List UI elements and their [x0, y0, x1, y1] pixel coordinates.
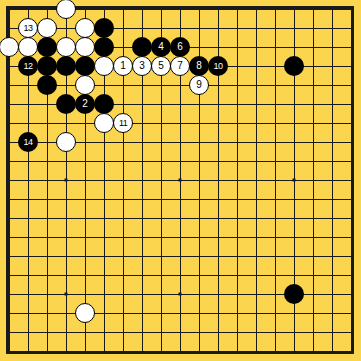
board-cell[interactable] [38, 285, 57, 304]
board-cell[interactable] [133, 171, 152, 190]
board-cell[interactable] [266, 19, 285, 38]
board-cell[interactable] [57, 342, 76, 361]
board-cell[interactable] [304, 209, 323, 228]
board-cell[interactable]: 8 [190, 57, 209, 76]
board-cell[interactable] [323, 304, 342, 323]
board-cell[interactable] [38, 57, 57, 76]
board-cell[interactable] [76, 19, 95, 38]
board-cell[interactable]: 12 [19, 57, 38, 76]
board-cell[interactable] [323, 209, 342, 228]
board-cell[interactable] [323, 57, 342, 76]
board-cell[interactable] [19, 38, 38, 57]
board-cell[interactable] [323, 247, 342, 266]
board-cell[interactable] [190, 38, 209, 57]
board-cell[interactable] [114, 266, 133, 285]
board-cell[interactable] [342, 285, 361, 304]
board-cell[interactable] [171, 304, 190, 323]
board-cell[interactable] [247, 266, 266, 285]
board-cell[interactable] [133, 152, 152, 171]
black-stone[interactable]: 14 [18, 132, 38, 152]
board-cell[interactable] [19, 76, 38, 95]
board-cell[interactable] [342, 190, 361, 209]
board-cell[interactable] [95, 133, 114, 152]
board-cell[interactable] [152, 342, 171, 361]
board-cell[interactable] [266, 0, 285, 19]
board-cell[interactable] [285, 266, 304, 285]
board-cell[interactable] [95, 152, 114, 171]
board-cell[interactable] [266, 95, 285, 114]
board-cell[interactable] [304, 171, 323, 190]
board-cell[interactable] [95, 38, 114, 57]
board-cell[interactable] [152, 266, 171, 285]
board-cell[interactable] [114, 190, 133, 209]
board-cell[interactable] [266, 266, 285, 285]
board-cell[interactable] [76, 266, 95, 285]
board-cell[interactable] [209, 19, 228, 38]
board-cell[interactable] [0, 38, 19, 57]
board-cell[interactable] [57, 57, 76, 76]
board-cell[interactable] [304, 228, 323, 247]
board-cell[interactable] [323, 171, 342, 190]
board-cell[interactable] [114, 323, 133, 342]
board-cell[interactable] [19, 209, 38, 228]
black-stone[interactable]: 12 [18, 56, 38, 76]
board-cell[interactable] [266, 209, 285, 228]
board-cell[interactable] [247, 152, 266, 171]
board-cell[interactable] [285, 76, 304, 95]
white-stone[interactable] [75, 37, 95, 57]
board-cell[interactable] [171, 323, 190, 342]
board-cell[interactable]: 13 [19, 19, 38, 38]
board-cell[interactable] [266, 304, 285, 323]
board-cell[interactable] [342, 266, 361, 285]
board-cell[interactable] [57, 0, 76, 19]
board-cell[interactable] [190, 0, 209, 19]
board-cell[interactable] [209, 0, 228, 19]
board-cell[interactable] [38, 95, 57, 114]
board-cell[interactable] [228, 19, 247, 38]
board-cell[interactable] [0, 152, 19, 171]
white-stone[interactable]: 5 [151, 56, 171, 76]
board-cell[interactable] [0, 190, 19, 209]
board-cell[interactable] [76, 342, 95, 361]
board-cell[interactable] [247, 285, 266, 304]
board-cell[interactable] [95, 76, 114, 95]
board-cell[interactable] [19, 152, 38, 171]
board-cell[interactable] [76, 228, 95, 247]
board-cell[interactable] [247, 76, 266, 95]
board-cell[interactable] [76, 190, 95, 209]
white-stone[interactable]: 9 [189, 75, 209, 95]
board-cell[interactable] [0, 342, 19, 361]
board-cell[interactable] [323, 190, 342, 209]
board-cell[interactable] [114, 76, 133, 95]
board-cell[interactable]: 2 [76, 95, 95, 114]
board-cell[interactable] [266, 76, 285, 95]
board-cell[interactable] [209, 209, 228, 228]
board-cell[interactable] [228, 95, 247, 114]
board-cell[interactable] [57, 247, 76, 266]
white-stone[interactable] [0, 37, 19, 57]
board-cell[interactable] [171, 171, 190, 190]
board-cell[interactable] [95, 190, 114, 209]
board-cell[interactable] [57, 95, 76, 114]
board-cell[interactable] [190, 114, 209, 133]
board-cell[interactable] [19, 95, 38, 114]
board-cell[interactable] [228, 76, 247, 95]
black-stone[interactable] [37, 56, 57, 76]
board-cell[interactable] [342, 114, 361, 133]
board-cell[interactable] [133, 342, 152, 361]
board-cell[interactable] [0, 114, 19, 133]
board-cell[interactable] [304, 247, 323, 266]
white-stone[interactable] [94, 113, 114, 133]
board-cell[interactable] [19, 171, 38, 190]
board-cell[interactable] [323, 285, 342, 304]
board-cell[interactable] [171, 266, 190, 285]
board-cell[interactable] [228, 57, 247, 76]
board-cell[interactable] [304, 133, 323, 152]
board-cell[interactable] [342, 228, 361, 247]
board-cell[interactable]: 4 [152, 38, 171, 57]
board-cell[interactable] [285, 247, 304, 266]
board-cell[interactable] [266, 133, 285, 152]
white-stone[interactable] [75, 18, 95, 38]
board-cell[interactable]: 6 [171, 38, 190, 57]
board-cell[interactable] [171, 95, 190, 114]
board-cell[interactable] [171, 114, 190, 133]
board-cell[interactable] [38, 133, 57, 152]
board-cell[interactable] [304, 114, 323, 133]
board-cell[interactable] [19, 342, 38, 361]
board-cell[interactable] [323, 38, 342, 57]
board-cell[interactable] [342, 152, 361, 171]
board-cell[interactable] [0, 133, 19, 152]
board-cell[interactable] [285, 171, 304, 190]
board-cell[interactable] [285, 285, 304, 304]
board-cell[interactable] [190, 95, 209, 114]
board-cell[interactable] [133, 114, 152, 133]
board-cell[interactable] [285, 0, 304, 19]
board-cell[interactable] [323, 266, 342, 285]
board-cell[interactable] [114, 95, 133, 114]
board-cell[interactable] [114, 0, 133, 19]
board-cell[interactable] [247, 342, 266, 361]
board-cell[interactable] [285, 342, 304, 361]
board-cell[interactable] [114, 171, 133, 190]
board-cell[interactable] [133, 76, 152, 95]
board-cell[interactable] [76, 304, 95, 323]
board-cell[interactable] [95, 247, 114, 266]
board-cell[interactable] [171, 76, 190, 95]
board-cell[interactable] [0, 76, 19, 95]
board-cell[interactable]: 3 [133, 57, 152, 76]
board-cell[interactable] [95, 285, 114, 304]
board-cell[interactable] [114, 342, 133, 361]
board-cell[interactable] [266, 247, 285, 266]
board-cell[interactable] [304, 38, 323, 57]
board-cell[interactable] [247, 0, 266, 19]
board-cell[interactable] [285, 152, 304, 171]
board-cell[interactable] [152, 323, 171, 342]
board-cell[interactable] [190, 228, 209, 247]
board-cell[interactable] [228, 38, 247, 57]
board-cell[interactable] [133, 190, 152, 209]
board-cell[interactable] [133, 304, 152, 323]
board-cell[interactable] [57, 152, 76, 171]
board-cell[interactable] [38, 114, 57, 133]
board-cell[interactable] [76, 0, 95, 19]
board-cell[interactable] [152, 285, 171, 304]
board-cell[interactable] [285, 228, 304, 247]
board-cell[interactable]: 14 [19, 133, 38, 152]
board-cell[interactable] [152, 152, 171, 171]
board-cell[interactable] [247, 323, 266, 342]
board-cell[interactable] [285, 323, 304, 342]
board-cell[interactable] [95, 209, 114, 228]
board-cell[interactable] [228, 209, 247, 228]
board-cell[interactable] [304, 285, 323, 304]
board-cell[interactable] [76, 76, 95, 95]
board-cell[interactable] [190, 304, 209, 323]
board-cell[interactable] [342, 209, 361, 228]
board-cell[interactable] [190, 133, 209, 152]
board-cell[interactable] [0, 304, 19, 323]
black-stone[interactable]: 8 [189, 56, 209, 76]
board-cell[interactable] [247, 19, 266, 38]
board-cell[interactable] [190, 19, 209, 38]
white-stone[interactable] [56, 132, 76, 152]
board-cell[interactable] [209, 342, 228, 361]
board-cell[interactable] [0, 19, 19, 38]
board-cell[interactable] [266, 285, 285, 304]
board-cell[interactable] [152, 76, 171, 95]
board-cell[interactable] [342, 171, 361, 190]
board-cell[interactable] [323, 95, 342, 114]
board-cell[interactable] [0, 171, 19, 190]
board-cell[interactable] [304, 19, 323, 38]
board-cell[interactable] [304, 76, 323, 95]
board-cell[interactable] [76, 323, 95, 342]
board-cell[interactable] [228, 190, 247, 209]
board-cell[interactable] [171, 19, 190, 38]
white-stone[interactable]: 7 [170, 56, 190, 76]
board-cell[interactable] [76, 133, 95, 152]
board-cell[interactable] [114, 285, 133, 304]
white-stone[interactable] [56, 0, 76, 19]
board-cell[interactable] [171, 247, 190, 266]
board-cell[interactable] [38, 247, 57, 266]
black-stone[interactable] [284, 56, 304, 76]
board-cell[interactable] [247, 114, 266, 133]
board-cell[interactable] [190, 323, 209, 342]
board-cell[interactable] [285, 95, 304, 114]
board-cell[interactable] [0, 0, 19, 19]
white-stone[interactable] [37, 18, 57, 38]
board-cell[interactable] [323, 133, 342, 152]
board-cell[interactable] [209, 171, 228, 190]
board-cell[interactable] [57, 19, 76, 38]
board-cell[interactable] [133, 0, 152, 19]
board-cell[interactable] [152, 133, 171, 152]
board-cell[interactable] [209, 133, 228, 152]
board-cell[interactable] [209, 323, 228, 342]
board-cell[interactable] [266, 57, 285, 76]
board-cell[interactable] [266, 228, 285, 247]
board-cell[interactable] [95, 228, 114, 247]
board-cell[interactable] [76, 38, 95, 57]
board-cell[interactable] [38, 266, 57, 285]
board-cell[interactable] [247, 133, 266, 152]
board-cell[interactable] [304, 57, 323, 76]
board-cell[interactable] [209, 285, 228, 304]
board-cell[interactable] [171, 133, 190, 152]
board-cell[interactable] [247, 228, 266, 247]
board-cell[interactable] [38, 19, 57, 38]
board-cell[interactable] [190, 247, 209, 266]
board-cell[interactable] [247, 190, 266, 209]
board-cell[interactable] [152, 95, 171, 114]
board-cell[interactable] [323, 0, 342, 19]
board-cell[interactable] [114, 38, 133, 57]
board-cell[interactable] [133, 133, 152, 152]
board-cell[interactable] [342, 304, 361, 323]
board-cell[interactable] [304, 95, 323, 114]
board-cell[interactable] [323, 152, 342, 171]
board-cell[interactable] [57, 228, 76, 247]
black-stone[interactable]: 10 [208, 56, 228, 76]
board-cell[interactable] [133, 19, 152, 38]
black-stone[interactable] [284, 284, 304, 304]
board-cell[interactable] [38, 190, 57, 209]
board-cell[interactable] [152, 19, 171, 38]
board-cell[interactable] [209, 152, 228, 171]
board-cell[interactable] [209, 76, 228, 95]
board-cell[interactable] [76, 247, 95, 266]
black-stone[interactable] [75, 56, 95, 76]
board-cell[interactable] [95, 342, 114, 361]
board-cell[interactable] [0, 247, 19, 266]
board-cell[interactable] [266, 190, 285, 209]
board-cell[interactable] [57, 38, 76, 57]
board-cell[interactable] [38, 228, 57, 247]
board-cell[interactable] [285, 114, 304, 133]
board-cell[interactable] [209, 228, 228, 247]
board-cell[interactable] [228, 285, 247, 304]
board-cell[interactable] [342, 19, 361, 38]
board-cell[interactable] [228, 323, 247, 342]
board-cell[interactable] [19, 266, 38, 285]
black-stone[interactable] [94, 94, 114, 114]
board-cell[interactable] [19, 190, 38, 209]
board-cell[interactable] [209, 38, 228, 57]
board-cell[interactable] [342, 57, 361, 76]
white-stone[interactable]: 13 [18, 18, 38, 38]
board-cell[interactable] [342, 76, 361, 95]
board-cell[interactable] [133, 266, 152, 285]
board-cell[interactable] [19, 114, 38, 133]
black-stone[interactable] [37, 75, 57, 95]
board-cell[interactable] [190, 266, 209, 285]
board-cell[interactable] [171, 285, 190, 304]
board-cell[interactable] [266, 38, 285, 57]
board-cell[interactable] [247, 209, 266, 228]
board-cell[interactable] [76, 57, 95, 76]
board-cell[interactable] [209, 190, 228, 209]
board-cell[interactable] [57, 304, 76, 323]
board-cell[interactable] [152, 228, 171, 247]
board-cell[interactable] [247, 247, 266, 266]
board-cell[interactable] [133, 38, 152, 57]
board-cell[interactable] [190, 171, 209, 190]
board-cell[interactable] [95, 266, 114, 285]
board-cell[interactable] [19, 247, 38, 266]
board-cell[interactable] [38, 152, 57, 171]
board-cell[interactable] [304, 342, 323, 361]
black-stone[interactable] [94, 18, 114, 38]
board-cell[interactable] [38, 0, 57, 19]
board-cell[interactable] [152, 247, 171, 266]
white-stone[interactable] [75, 303, 95, 323]
board-cell[interactable] [304, 152, 323, 171]
board-cell[interactable] [323, 323, 342, 342]
board-cell[interactable] [209, 266, 228, 285]
white-stone[interactable] [75, 75, 95, 95]
board-cell[interactable] [209, 95, 228, 114]
board-cell[interactable] [285, 190, 304, 209]
board-cell[interactable] [171, 152, 190, 171]
board-cell[interactable] [323, 76, 342, 95]
board-cell[interactable] [19, 228, 38, 247]
board-cell[interactable] [285, 19, 304, 38]
board-cell[interactable] [76, 209, 95, 228]
board-cell[interactable] [0, 209, 19, 228]
board-cell[interactable] [57, 76, 76, 95]
board-cell[interactable] [228, 304, 247, 323]
board-cell[interactable] [0, 57, 19, 76]
board-cell[interactable] [190, 285, 209, 304]
board-cell[interactable] [114, 209, 133, 228]
board-cell[interactable] [171, 0, 190, 19]
board-cell[interactable] [19, 323, 38, 342]
board-cell[interactable] [76, 114, 95, 133]
board-cell[interactable] [133, 285, 152, 304]
board-cell[interactable] [57, 323, 76, 342]
board-cell[interactable] [266, 152, 285, 171]
board-cell[interactable] [285, 304, 304, 323]
board-cell[interactable] [38, 76, 57, 95]
board-cell[interactable] [152, 209, 171, 228]
board-cell[interactable] [190, 209, 209, 228]
board-cell[interactable] [228, 133, 247, 152]
board-cell[interactable] [95, 323, 114, 342]
black-stone[interactable]: 2 [75, 94, 95, 114]
board-cell[interactable]: 9 [190, 76, 209, 95]
board-cell[interactable] [152, 171, 171, 190]
board-cell[interactable] [95, 19, 114, 38]
board-cell[interactable] [304, 323, 323, 342]
white-stone[interactable] [18, 37, 38, 57]
board-cell[interactable] [304, 266, 323, 285]
board-cell[interactable] [266, 342, 285, 361]
board-cell[interactable] [57, 114, 76, 133]
board-cell[interactable] [95, 57, 114, 76]
board-cell[interactable]: 11 [114, 114, 133, 133]
board-cell[interactable] [323, 342, 342, 361]
board-cell[interactable] [171, 190, 190, 209]
board-cell[interactable] [133, 323, 152, 342]
board-cell[interactable] [133, 247, 152, 266]
